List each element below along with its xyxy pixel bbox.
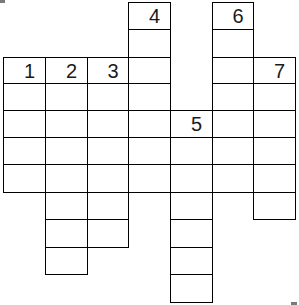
grid-cell-r4c2[interactable] — [45, 83, 88, 111]
grid-cell-r1c4[interactable]: 4 — [128, 2, 171, 30]
grid-cell-r2c6[interactable] — [212, 29, 254, 58]
grid-cell-r5c5[interactable]: 5 — [170, 110, 213, 138]
grid-cell-r4c4[interactable] — [128, 83, 171, 111]
clue-number-7: 7 — [274, 61, 285, 81]
grid-cell-r5c2[interactable] — [45, 110, 88, 138]
grid-cell-r7c2[interactable] — [45, 164, 88, 193]
grid-cell-r3c2[interactable]: 2 — [45, 57, 88, 84]
grid-cell-r10c2[interactable] — [45, 247, 88, 275]
grid-cell-r5c1[interactable] — [3, 110, 46, 138]
grid-cell-r2c4[interactable] — [128, 29, 171, 58]
clue-number-5: 5 — [191, 114, 202, 134]
grid-cell-r3c4[interactable] — [128, 57, 171, 84]
grid-cell-r5c7[interactable] — [253, 110, 296, 138]
selection-handle-top-left[interactable] — [0, 0, 5, 3]
grid-cell-r8c2[interactable] — [45, 192, 88, 220]
grid-cell-r3c3[interactable]: 3 — [87, 57, 129, 84]
clue-number-4: 4 — [149, 6, 160, 26]
grid-cell-r4c3[interactable] — [87, 83, 129, 111]
grid-cell-r10c5[interactable] — [170, 247, 213, 275]
grid-cell-r7c6[interactable] — [212, 164, 254, 193]
clue-number-2: 2 — [66, 61, 77, 81]
grid-cell-r1c6[interactable]: 6 — [212, 2, 254, 30]
clue-number-1: 1 — [24, 61, 35, 81]
grid-cell-r3c7[interactable]: 7 — [253, 57, 296, 84]
grid-cell-r9c5[interactable] — [170, 219, 213, 248]
grid-cell-r7c4[interactable] — [128, 164, 171, 193]
grid-cell-r6c1[interactable] — [3, 137, 46, 165]
grid-cell-r4c6[interactable] — [212, 83, 254, 111]
grid-cell-r3c6[interactable] — [212, 57, 254, 84]
grid-cell-r5c6[interactable] — [212, 110, 254, 138]
grid-cell-r3c1[interactable]: 1 — [3, 57, 46, 84]
grid-cell-r8c3[interactable] — [87, 192, 129, 220]
clue-number-3: 3 — [107, 61, 118, 81]
crossword-puzzle: 4612375 — [0, 0, 299, 305]
grid-cell-r5c4[interactable] — [128, 110, 171, 138]
grid-cell-r4c1[interactable] — [3, 83, 46, 111]
grid-cell-r5c3[interactable] — [87, 110, 129, 138]
grid-cell-r7c7[interactable] — [253, 164, 296, 193]
grid-cell-r11c5[interactable] — [170, 274, 213, 303]
grid-cell-r8c7[interactable] — [253, 192, 296, 220]
clue-number-6: 6 — [232, 6, 243, 26]
grid-cell-r6c6[interactable] — [212, 137, 254, 165]
grid-cell-r6c2[interactable] — [45, 137, 88, 165]
grid-cell-r6c3[interactable] — [87, 137, 129, 165]
grid-cell-r8c5[interactable] — [170, 192, 213, 220]
grid-cell-r7c5[interactable] — [170, 164, 213, 193]
grid-cell-r9c3[interactable] — [87, 219, 129, 248]
grid-cell-r7c1[interactable] — [3, 164, 46, 193]
grid-cell-r4c7[interactable] — [253, 83, 296, 111]
grid-cell-r6c5[interactable] — [170, 137, 213, 165]
grid-cell-r7c3[interactable] — [87, 164, 129, 193]
grid-cell-r6c4[interactable] — [128, 137, 171, 165]
grid-cell-r6c7[interactable] — [253, 137, 296, 165]
grid-cell-r9c2[interactable] — [45, 219, 88, 248]
